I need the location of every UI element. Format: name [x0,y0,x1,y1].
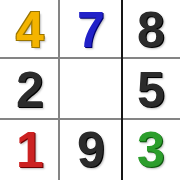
cell-r2c2-empty[interactable] [60,59,122,120]
sudoku-cell-grid: 4 7 8 2 5 1 9 3 [0,0,180,180]
cell-r2c1[interactable]: 2 [0,59,60,120]
cell-r2c3[interactable]: 5 [122,59,180,120]
cell-r3c3[interactable]: 3 [122,120,180,180]
grid-line-horizontal-1 [0,57,180,59]
cell-r3c2[interactable]: 9 [60,120,122,180]
sudoku-board: 4 7 8 2 5 1 9 3 [0,0,180,180]
cell-r1c2[interactable]: 7 [60,0,122,59]
grid-line-vertical-major [121,0,123,180]
cell-r1c1[interactable]: 4 [0,0,60,59]
cell-r1c3[interactable]: 8 [122,0,180,59]
grid-line-vertical-minor [58,0,60,180]
grid-line-horizontal-2 [0,118,180,120]
cell-r3c1[interactable]: 1 [0,120,60,180]
